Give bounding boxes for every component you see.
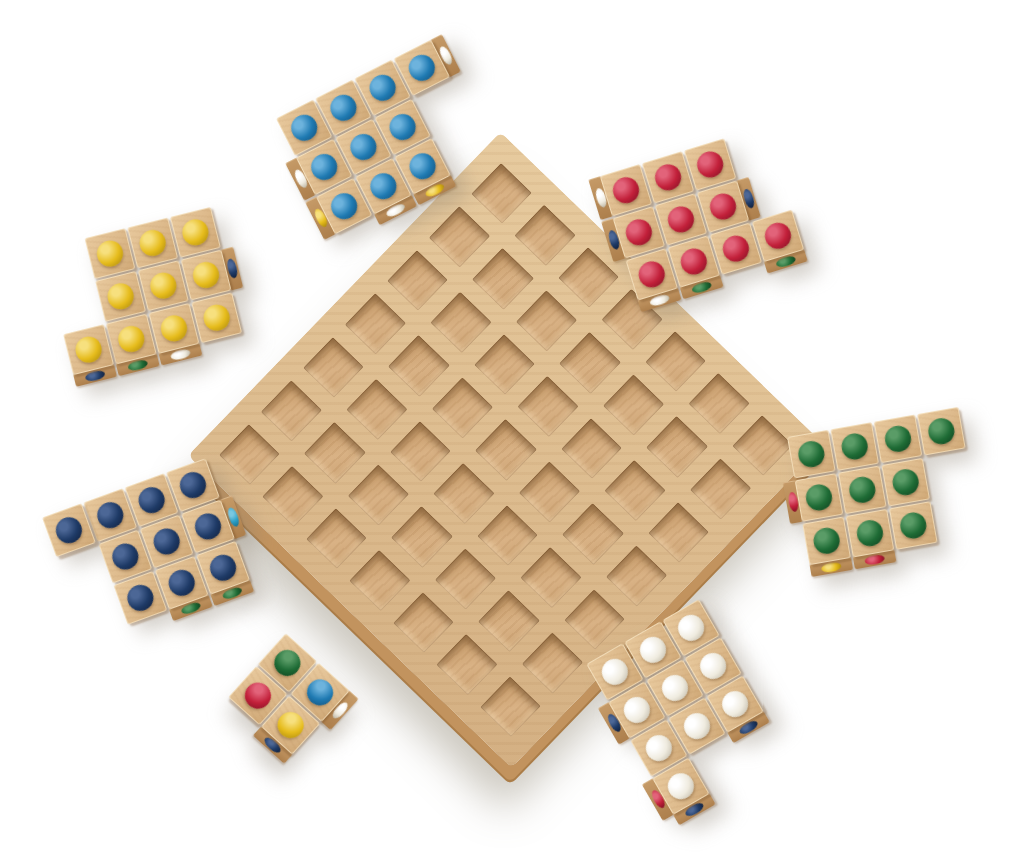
cube-green[interactable] [838,465,887,514]
board-cell[interactable] [559,332,620,393]
red-dot [636,258,668,290]
board-cell[interactable] [516,290,577,351]
cube-cluster-mixed [228,633,349,754]
cube-yellow[interactable] [85,228,136,279]
blue-dot [287,110,322,145]
red-dot [610,174,642,206]
board-cell[interactable] [603,374,664,435]
green-dot [269,645,306,682]
white-dot [695,648,731,684]
blue-dot [326,90,361,125]
yellow-dot [105,281,137,313]
board-cell[interactable] [219,424,280,485]
white-dot [641,730,677,766]
green-dot [812,526,842,556]
navy-dot [94,499,127,532]
board-cell[interactable] [558,247,619,308]
cube-green[interactable] [846,509,895,558]
board-cell[interactable] [388,335,449,396]
white-dot [657,670,693,706]
yellow-dot [148,270,180,302]
board-cell[interactable] [306,508,367,569]
board-cell[interactable] [471,163,532,224]
board-cell[interactable] [645,331,706,392]
blue-dot [366,169,401,204]
green-dot [796,439,826,469]
white-dot [673,610,709,646]
navy-dot [206,551,239,584]
red-dot [652,161,684,193]
white-dot [717,686,753,722]
green-dot [804,482,834,512]
green-dot [847,475,877,505]
green-dot [926,416,956,446]
navy-dot [135,483,168,516]
board-cell[interactable] [478,590,539,651]
red-dot [694,148,726,180]
board-cell[interactable] [435,548,496,609]
red-dot [720,232,752,264]
blue-dot [346,130,381,165]
board-cell[interactable] [433,463,494,524]
yellow-dot [190,259,222,291]
red-dot [240,677,277,714]
board-cell[interactable] [262,466,323,527]
white-dot [679,708,715,744]
cube-yellow[interactable] [170,207,221,258]
board-cell[interactable] [391,506,452,567]
cube-cluster-red [600,125,804,300]
board-cell[interactable] [393,592,454,653]
blue-dot [307,149,342,184]
red-dot [665,203,697,235]
red-dot [762,220,794,252]
yellow-dot [158,313,190,345]
blue-dot [302,674,339,711]
board-cell[interactable] [348,464,409,525]
board-cell[interactable] [562,503,623,564]
board-cell[interactable] [387,250,448,311]
blue-dot [365,70,400,105]
board-cell[interactable] [429,206,490,267]
board-cell[interactable] [606,545,667,606]
yellow-dot [116,323,148,355]
yellow-dot [94,238,126,270]
green-dot [840,431,870,461]
navy-dot [52,514,85,547]
cube-green[interactable] [787,430,836,479]
board-cell[interactable] [474,334,535,395]
cube-green[interactable] [802,516,851,565]
board-cell[interactable] [304,422,365,483]
green-dot [855,518,885,548]
green-dot [883,424,913,454]
board-cell[interactable] [436,634,497,695]
board-cell[interactable] [561,418,622,479]
navy-dot [165,566,198,599]
board-cell[interactable] [732,415,793,476]
board-cell[interactable] [648,502,709,563]
white-dot [663,768,699,804]
white-dot [597,654,633,690]
board-cell[interactable] [517,376,578,437]
green-dot [891,467,921,497]
board-cell[interactable] [480,676,541,737]
cube-green[interactable] [795,473,844,522]
board-cell[interactable] [303,337,364,398]
cube-cluster-green [787,407,981,565]
board-cell[interactable] [472,248,533,309]
board-cell[interactable] [519,461,580,522]
board-cell[interactable] [688,373,749,434]
blue-dot [385,110,420,145]
yellow-dot [180,217,212,249]
yellow-dot [73,334,105,366]
yellow-dot [201,302,233,334]
board-cell[interactable] [646,416,707,477]
board-cell[interactable] [522,632,583,693]
navy-dot [176,468,209,501]
cube-green[interactable] [889,501,938,550]
board-cell[interactable] [345,293,406,354]
board-cell[interactable] [349,550,410,611]
board-cell[interactable] [477,505,538,566]
cube-yellow[interactable] [191,292,242,343]
navy-dot [124,581,157,614]
cube-green[interactable] [917,407,966,456]
white-dot [635,632,671,668]
blue-dot [405,149,440,184]
green-dot [898,510,928,540]
yellow-dot [272,707,309,744]
red-dot [707,190,739,222]
navy-dot [109,540,142,573]
board-cell[interactable] [564,589,625,650]
board-cell[interactable] [604,460,665,521]
cube-green[interactable] [830,422,879,471]
red-dot [623,216,655,248]
cube-green[interactable] [881,458,930,507]
cube-yellow[interactable] [138,260,189,311]
cube-green[interactable] [874,415,923,464]
board-cell[interactable] [261,380,322,441]
yellow-dot [137,227,169,259]
board-cell[interactable] [475,419,536,480]
cube-yellow[interactable] [127,218,178,269]
board-cell[interactable] [430,292,491,353]
cube-cluster-yellow [42,207,242,375]
navy-dot [191,510,224,543]
blue-dot [327,189,362,224]
cube-yellow[interactable] [95,271,146,322]
blue-dot [404,50,439,85]
white-dot [619,692,655,728]
board-cell[interactable] [690,458,751,519]
board-cell[interactable] [432,377,493,438]
board-cell[interactable] [346,379,407,440]
board-cell[interactable] [390,421,451,482]
board-cell[interactable] [514,205,575,266]
navy-dot [150,525,183,558]
red-dot [678,245,710,277]
board-cell[interactable] [520,547,581,608]
product-photo-scene [0,0,1024,863]
